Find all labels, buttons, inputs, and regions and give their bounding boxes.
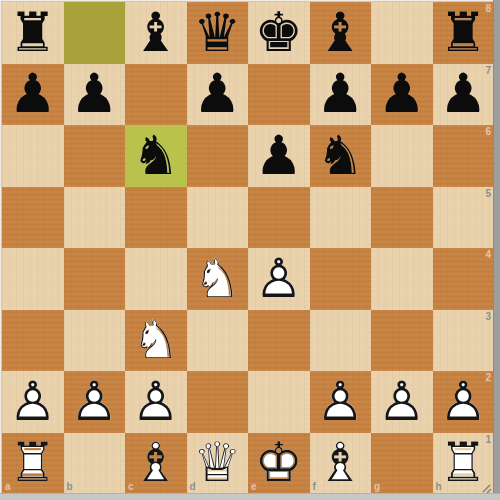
square-g3[interactable]	[371, 310, 433, 372]
square-b6[interactable]	[64, 125, 126, 187]
square-g1[interactable]: g	[371, 433, 433, 495]
square-e4[interactable]: ♟♙	[248, 248, 310, 310]
square-g7[interactable]: ♟	[371, 64, 433, 126]
white-pawn-f2[interactable]: ♟♙	[310, 371, 372, 433]
square-g8[interactable]	[371, 2, 433, 64]
square-c2[interactable]: ♟♙	[125, 371, 187, 433]
square-a4[interactable]	[2, 248, 64, 310]
square-f1[interactable]: ♝♗f	[310, 433, 372, 495]
square-e2[interactable]	[248, 371, 310, 433]
square-c3[interactable]: ♞♘	[125, 310, 187, 372]
black-knight-c6[interactable]: ♞	[125, 125, 187, 187]
square-h8[interactable]: ♜8	[433, 2, 495, 64]
square-b5[interactable]	[64, 187, 126, 249]
square-c7[interactable]	[125, 64, 187, 126]
square-f5[interactable]	[310, 187, 372, 249]
square-b7[interactable]: ♟	[64, 64, 126, 126]
black-pawn-a7[interactable]: ♟	[2, 64, 64, 126]
square-c4[interactable]	[125, 248, 187, 310]
square-b1[interactable]: b	[64, 433, 126, 495]
square-f6[interactable]: ♞	[310, 125, 372, 187]
square-g2[interactable]: ♟♙	[371, 371, 433, 433]
white-knight-d4[interactable]: ♞♘	[187, 248, 249, 310]
square-c1[interactable]: ♝♗c	[125, 433, 187, 495]
square-b4[interactable]	[64, 248, 126, 310]
square-b3[interactable]	[64, 310, 126, 372]
square-b8[interactable]	[64, 2, 126, 64]
square-d6[interactable]	[187, 125, 249, 187]
square-f2[interactable]: ♟♙	[310, 371, 372, 433]
black-rook-a8[interactable]: ♜	[2, 2, 64, 64]
white-pawn-a2[interactable]: ♟♙	[2, 371, 64, 433]
square-a6[interactable]	[2, 125, 64, 187]
black-pawn-e6[interactable]: ♟	[248, 125, 310, 187]
square-d2[interactable]	[187, 371, 249, 433]
black-pawn-g7[interactable]: ♟	[371, 64, 433, 126]
black-bishop-f8[interactable]: ♝	[310, 2, 372, 64]
white-king-e1[interactable]: ♚♔	[248, 433, 310, 495]
rank-label-3: 3	[485, 312, 491, 322]
window-right-edge	[493, 0, 500, 500]
chess-app-window: ♜♝♛♚♝♜8♟♟♟♟♟♟7♞♟♞65♞♘♟♙4♞♘3♟♙♟♙♟♙♟♙♟♙♟♙2…	[0, 0, 500, 500]
square-e8[interactable]: ♚	[248, 2, 310, 64]
square-f4[interactable]	[310, 248, 372, 310]
square-a7[interactable]: ♟	[2, 64, 64, 126]
square-a3[interactable]	[2, 310, 64, 372]
square-e3[interactable]	[248, 310, 310, 372]
square-g5[interactable]	[371, 187, 433, 249]
square-h6[interactable]: 6	[433, 125, 495, 187]
square-d3[interactable]	[187, 310, 249, 372]
square-h4[interactable]: 4	[433, 248, 495, 310]
square-e1[interactable]: ♚♔e	[248, 433, 310, 495]
square-c6[interactable]: ♞	[125, 125, 187, 187]
white-pawn-e4[interactable]: ♟♙	[248, 248, 310, 310]
black-bishop-c8[interactable]: ♝	[125, 2, 187, 64]
square-b2[interactable]: ♟♙	[64, 371, 126, 433]
white-bishop-f1[interactable]: ♝♗	[310, 433, 372, 495]
square-a2[interactable]: ♟♙	[2, 371, 64, 433]
window-bottom-edge	[0, 493, 500, 500]
black-queen-d8[interactable]: ♛	[187, 2, 249, 64]
black-pawn-h7[interactable]: ♟	[433, 64, 495, 126]
square-h7[interactable]: ♟7	[433, 64, 495, 126]
square-d8[interactable]: ♛	[187, 2, 249, 64]
square-h3[interactable]: 3	[433, 310, 495, 372]
square-d5[interactable]	[187, 187, 249, 249]
white-queen-d1[interactable]: ♛♕	[187, 433, 249, 495]
rank-label-5: 5	[485, 189, 491, 199]
chess-board: ♜♝♛♚♝♜8♟♟♟♟♟♟7♞♟♞65♞♘♟♙4♞♘3♟♙♟♙♟♙♟♙♟♙♟♙2…	[2, 2, 494, 494]
rank-label-6: 6	[485, 127, 491, 137]
rank-label-4: 4	[485, 250, 491, 260]
square-e6[interactable]: ♟	[248, 125, 310, 187]
square-f3[interactable]	[310, 310, 372, 372]
black-rook-h8[interactable]: ♜	[433, 2, 495, 64]
square-a1[interactable]: ♜♖a	[2, 433, 64, 495]
square-c5[interactable]	[125, 187, 187, 249]
white-pawn-g2[interactable]: ♟♙	[371, 371, 433, 433]
square-d1[interactable]: ♛♕d	[187, 433, 249, 495]
square-h5[interactable]: 5	[433, 187, 495, 249]
white-bishop-c1[interactable]: ♝♗	[125, 433, 187, 495]
square-d4[interactable]: ♞♘	[187, 248, 249, 310]
square-a8[interactable]: ♜	[2, 2, 64, 64]
square-a5[interactable]	[2, 187, 64, 249]
file-label-b: b	[67, 482, 73, 492]
square-f7[interactable]: ♟	[310, 64, 372, 126]
square-c8[interactable]: ♝	[125, 2, 187, 64]
black-knight-f6[interactable]: ♞	[310, 125, 372, 187]
square-e5[interactable]	[248, 187, 310, 249]
square-e7[interactable]	[248, 64, 310, 126]
board-resize-handle[interactable]	[480, 480, 492, 492]
square-h2[interactable]: ♟♙2	[433, 371, 495, 433]
white-pawn-c2[interactable]: ♟♙	[125, 371, 187, 433]
white-knight-c3[interactable]: ♞♘	[125, 310, 187, 372]
white-rook-a1[interactable]: ♜♖	[2, 433, 64, 495]
file-label-g: g	[374, 482, 380, 492]
white-pawn-b2[interactable]: ♟♙	[64, 371, 126, 433]
square-g6[interactable]	[371, 125, 433, 187]
square-d7[interactable]: ♟	[187, 64, 249, 126]
white-pawn-h2[interactable]: ♟♙	[433, 371, 495, 433]
black-pawn-d7[interactable]: ♟	[187, 64, 249, 126]
resize-diagonal-lines-icon	[480, 482, 492, 494]
black-pawn-b7[interactable]: ♟	[64, 64, 126, 126]
black-king-e8[interactable]: ♚	[248, 2, 310, 64]
square-f8[interactable]: ♝	[310, 2, 372, 64]
square-g4[interactable]	[371, 248, 433, 310]
black-pawn-f7[interactable]: ♟	[310, 64, 372, 126]
